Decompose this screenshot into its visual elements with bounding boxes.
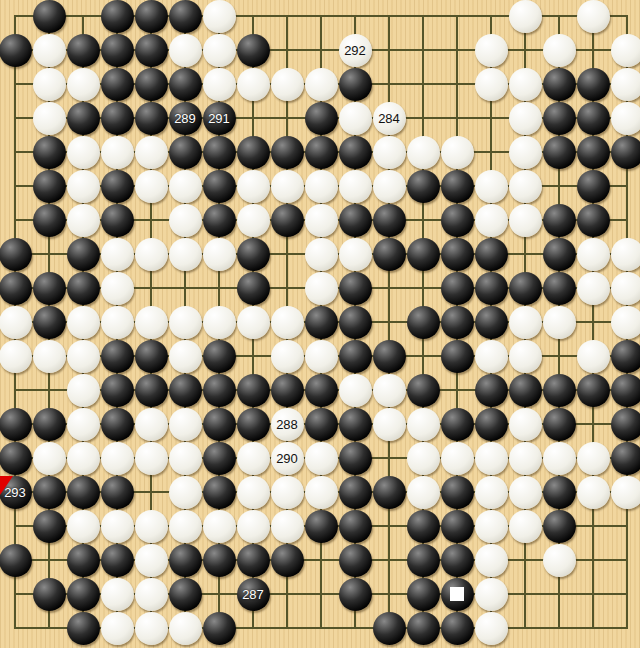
intersection[interactable]	[610, 509, 640, 543]
intersection[interactable]	[372, 611, 406, 645]
intersection[interactable]	[406, 509, 440, 543]
intersection[interactable]	[610, 441, 640, 475]
intersection[interactable]	[100, 407, 134, 441]
intersection[interactable]	[406, 339, 440, 373]
intersection[interactable]	[168, 33, 202, 67]
intersection[interactable]	[338, 0, 372, 33]
intersection[interactable]	[66, 203, 100, 237]
intersection[interactable]	[304, 169, 338, 203]
intersection[interactable]	[66, 407, 100, 441]
intersection[interactable]	[32, 339, 66, 373]
intersection[interactable]	[440, 509, 474, 543]
intersection[interactable]	[0, 135, 32, 169]
intersection[interactable]	[100, 271, 134, 305]
intersection[interactable]	[134, 305, 168, 339]
intersection[interactable]	[134, 271, 168, 305]
intersection[interactable]	[372, 373, 406, 407]
intersection[interactable]	[406, 169, 440, 203]
intersection[interactable]	[270, 101, 304, 135]
intersection[interactable]	[168, 203, 202, 237]
intersection[interactable]	[576, 441, 610, 475]
intersection[interactable]	[32, 101, 66, 135]
intersection[interactable]	[168, 0, 202, 33]
intersection[interactable]	[202, 271, 236, 305]
intersection[interactable]	[338, 169, 372, 203]
intersection[interactable]	[32, 135, 66, 169]
intersection[interactable]	[304, 33, 338, 67]
intersection[interactable]	[270, 577, 304, 611]
intersection[interactable]	[610, 305, 640, 339]
intersection[interactable]	[542, 169, 576, 203]
intersection[interactable]	[406, 305, 440, 339]
intersection[interactable]	[270, 135, 304, 169]
intersection[interactable]	[304, 101, 338, 135]
intersection[interactable]	[338, 509, 372, 543]
intersection[interactable]	[66, 441, 100, 475]
intersection[interactable]	[406, 475, 440, 509]
intersection[interactable]	[202, 0, 236, 33]
intersection[interactable]	[66, 339, 100, 373]
intersection[interactable]	[508, 203, 542, 237]
intersection[interactable]	[236, 101, 270, 135]
intersection[interactable]	[304, 407, 338, 441]
intersection[interactable]	[542, 135, 576, 169]
intersection[interactable]	[236, 509, 270, 543]
intersection[interactable]: 289	[168, 101, 202, 135]
intersection[interactable]	[338, 475, 372, 509]
intersection[interactable]	[576, 0, 610, 33]
intersection[interactable]	[542, 373, 576, 407]
intersection[interactable]	[576, 237, 610, 271]
intersection[interactable]	[508, 305, 542, 339]
intersection[interactable]	[372, 407, 406, 441]
intersection[interactable]	[168, 135, 202, 169]
intersection[interactable]	[338, 407, 372, 441]
intersection[interactable]	[474, 441, 508, 475]
intersection[interactable]	[66, 373, 100, 407]
intersection[interactable]	[542, 237, 576, 271]
intersection[interactable]	[270, 169, 304, 203]
intersection[interactable]	[0, 271, 32, 305]
intersection[interactable]	[304, 577, 338, 611]
intersection[interactable]	[134, 237, 168, 271]
intersection[interactable]	[406, 237, 440, 271]
intersection[interactable]	[542, 33, 576, 67]
intersection[interactable]	[100, 339, 134, 373]
intersection[interactable]	[202, 305, 236, 339]
intersection[interactable]	[304, 271, 338, 305]
intersection[interactable]	[270, 305, 304, 339]
intersection[interactable]	[542, 543, 576, 577]
intersection[interactable]	[508, 339, 542, 373]
intersection[interactable]	[372, 0, 406, 33]
intersection[interactable]	[610, 611, 640, 645]
intersection[interactable]	[0, 33, 32, 67]
intersection[interactable]	[406, 135, 440, 169]
intersection[interactable]	[202, 373, 236, 407]
intersection[interactable]	[66, 475, 100, 509]
intersection[interactable]	[168, 543, 202, 577]
intersection[interactable]	[338, 67, 372, 101]
intersection[interactable]	[440, 475, 474, 509]
intersection[interactable]	[134, 0, 168, 33]
intersection[interactable]	[372, 33, 406, 67]
intersection[interactable]	[372, 135, 406, 169]
intersection[interactable]	[202, 407, 236, 441]
intersection[interactable]	[236, 33, 270, 67]
intersection[interactable]	[32, 305, 66, 339]
intersection[interactable]	[440, 577, 474, 611]
intersection[interactable]	[168, 475, 202, 509]
intersection[interactable]	[406, 373, 440, 407]
intersection[interactable]	[576, 611, 610, 645]
intersection[interactable]	[576, 407, 610, 441]
intersection[interactable]	[236, 407, 270, 441]
intersection[interactable]	[168, 339, 202, 373]
intersection[interactable]	[304, 441, 338, 475]
intersection[interactable]	[202, 611, 236, 645]
intersection[interactable]	[440, 305, 474, 339]
intersection[interactable]	[0, 373, 32, 407]
intersection[interactable]	[134, 509, 168, 543]
intersection[interactable]	[610, 373, 640, 407]
intersection[interactable]	[134, 101, 168, 135]
intersection[interactable]	[100, 373, 134, 407]
intersection[interactable]	[0, 611, 32, 645]
intersection[interactable]	[338, 305, 372, 339]
intersection[interactable]	[542, 203, 576, 237]
intersection[interactable]	[372, 203, 406, 237]
intersection[interactable]	[508, 611, 542, 645]
intersection[interactable]	[236, 475, 270, 509]
intersection[interactable]	[474, 67, 508, 101]
intersection[interactable]	[32, 237, 66, 271]
intersection[interactable]	[100, 203, 134, 237]
intersection[interactable]	[66, 509, 100, 543]
intersection[interactable]	[576, 543, 610, 577]
intersection[interactable]	[168, 237, 202, 271]
intersection[interactable]	[202, 543, 236, 577]
intersection[interactable]	[100, 611, 134, 645]
intersection[interactable]	[440, 441, 474, 475]
intersection[interactable]	[610, 101, 640, 135]
intersection[interactable]	[542, 611, 576, 645]
intersection[interactable]	[236, 203, 270, 237]
intersection[interactable]	[202, 237, 236, 271]
intersection[interactable]	[372, 169, 406, 203]
intersection[interactable]	[440, 407, 474, 441]
intersection[interactable]	[270, 0, 304, 33]
intersection[interactable]	[474, 373, 508, 407]
intersection[interactable]	[338, 577, 372, 611]
intersection[interactable]	[236, 611, 270, 645]
intersection[interactable]: 290	[270, 441, 304, 475]
intersection[interactable]	[236, 373, 270, 407]
intersection[interactable]	[542, 475, 576, 509]
intersection[interactable]	[406, 271, 440, 305]
intersection[interactable]	[270, 203, 304, 237]
intersection[interactable]	[168, 577, 202, 611]
intersection[interactable]	[32, 169, 66, 203]
intersection[interactable]	[474, 101, 508, 135]
intersection[interactable]	[236, 0, 270, 33]
intersection[interactable]	[508, 169, 542, 203]
intersection[interactable]	[372, 271, 406, 305]
intersection[interactable]	[236, 543, 270, 577]
intersection[interactable]	[304, 543, 338, 577]
intersection[interactable]	[576, 203, 610, 237]
intersection[interactable]	[304, 237, 338, 271]
intersection[interactable]	[474, 33, 508, 67]
intersection[interactable]	[372, 441, 406, 475]
intersection[interactable]	[610, 407, 640, 441]
intersection[interactable]	[440, 0, 474, 33]
intersection[interactable]	[372, 509, 406, 543]
intersection[interactable]	[236, 237, 270, 271]
intersection[interactable]	[236, 305, 270, 339]
intersection[interactable]	[270, 543, 304, 577]
intersection[interactable]	[134, 67, 168, 101]
intersection[interactable]	[202, 509, 236, 543]
intersection[interactable]	[542, 577, 576, 611]
intersection[interactable]	[440, 543, 474, 577]
intersection[interactable]	[0, 339, 32, 373]
intersection[interactable]	[32, 611, 66, 645]
intersection[interactable]	[474, 237, 508, 271]
intersection[interactable]	[610, 33, 640, 67]
intersection[interactable]	[406, 577, 440, 611]
intersection[interactable]	[0, 203, 32, 237]
intersection[interactable]	[100, 169, 134, 203]
intersection[interactable]	[508, 407, 542, 441]
intersection[interactable]	[168, 67, 202, 101]
intersection[interactable]	[202, 67, 236, 101]
intersection[interactable]	[134, 373, 168, 407]
intersection[interactable]	[236, 135, 270, 169]
intersection[interactable]	[372, 475, 406, 509]
intersection[interactable]	[576, 101, 610, 135]
intersection[interactable]	[32, 407, 66, 441]
intersection[interactable]	[32, 203, 66, 237]
intersection[interactable]	[372, 339, 406, 373]
intersection[interactable]	[270, 475, 304, 509]
intersection[interactable]	[304, 339, 338, 373]
intersection[interactable]	[406, 543, 440, 577]
intersection[interactable]	[100, 543, 134, 577]
intersection[interactable]	[304, 67, 338, 101]
intersection[interactable]	[304, 509, 338, 543]
intersection[interactable]	[508, 271, 542, 305]
intersection[interactable]	[134, 611, 168, 645]
intersection[interactable]	[542, 339, 576, 373]
intersection[interactable]	[338, 271, 372, 305]
intersection[interactable]	[304, 611, 338, 645]
intersection[interactable]	[134, 441, 168, 475]
intersection[interactable]	[100, 0, 134, 33]
intersection[interactable]	[0, 169, 32, 203]
intersection[interactable]	[168, 305, 202, 339]
intersection[interactable]	[0, 67, 32, 101]
intersection[interactable]	[542, 271, 576, 305]
intersection[interactable]	[66, 169, 100, 203]
intersection[interactable]	[236, 271, 270, 305]
intersection[interactable]	[134, 339, 168, 373]
intersection[interactable]	[474, 577, 508, 611]
intersection[interactable]	[440, 33, 474, 67]
intersection[interactable]	[0, 441, 32, 475]
intersection[interactable]	[66, 543, 100, 577]
intersection[interactable]	[100, 305, 134, 339]
intersection[interactable]	[542, 101, 576, 135]
intersection[interactable]	[406, 407, 440, 441]
intersection[interactable]	[168, 373, 202, 407]
intersection[interactable]	[576, 509, 610, 543]
intersection[interactable]	[66, 101, 100, 135]
intersection[interactable]	[576, 271, 610, 305]
intersection[interactable]: 291	[202, 101, 236, 135]
intersection[interactable]	[508, 0, 542, 33]
intersection[interactable]	[270, 373, 304, 407]
intersection[interactable]	[610, 0, 640, 33]
intersection[interactable]	[542, 0, 576, 33]
intersection[interactable]	[542, 407, 576, 441]
intersection[interactable]	[100, 101, 134, 135]
intersection[interactable]	[508, 577, 542, 611]
intersection[interactable]	[338, 203, 372, 237]
intersection[interactable]	[474, 135, 508, 169]
intersection[interactable]	[576, 67, 610, 101]
intersection[interactable]	[100, 577, 134, 611]
intersection[interactable]	[0, 407, 32, 441]
intersection[interactable]	[338, 543, 372, 577]
intersection[interactable]	[304, 373, 338, 407]
intersection[interactable]	[576, 305, 610, 339]
intersection[interactable]	[134, 33, 168, 67]
intersection[interactable]	[474, 407, 508, 441]
intersection[interactable]	[542, 305, 576, 339]
intersection[interactable]	[0, 509, 32, 543]
intersection[interactable]	[270, 509, 304, 543]
intersection[interactable]	[100, 237, 134, 271]
intersection[interactable]	[100, 441, 134, 475]
intersection[interactable]	[100, 475, 134, 509]
intersection[interactable]	[508, 135, 542, 169]
intersection[interactable]	[270, 611, 304, 645]
intersection[interactable]	[100, 509, 134, 543]
intersection[interactable]	[406, 203, 440, 237]
intersection[interactable]	[66, 305, 100, 339]
intersection[interactable]	[372, 67, 406, 101]
intersection[interactable]	[406, 67, 440, 101]
intersection[interactable]	[168, 611, 202, 645]
intersection[interactable]: 288	[270, 407, 304, 441]
intersection[interactable]	[474, 203, 508, 237]
intersection[interactable]	[474, 509, 508, 543]
intersection[interactable]	[304, 475, 338, 509]
intersection[interactable]: 292	[338, 33, 372, 67]
intersection[interactable]	[508, 67, 542, 101]
intersection[interactable]	[542, 67, 576, 101]
intersection[interactable]	[66, 33, 100, 67]
intersection[interactable]	[610, 475, 640, 509]
intersection[interactable]	[474, 611, 508, 645]
intersection[interactable]	[508, 509, 542, 543]
intersection[interactable]	[542, 509, 576, 543]
intersection[interactable]	[576, 339, 610, 373]
intersection[interactable]	[508, 373, 542, 407]
intersection[interactable]	[168, 271, 202, 305]
intersection[interactable]	[338, 611, 372, 645]
intersection[interactable]	[474, 339, 508, 373]
intersection[interactable]	[270, 33, 304, 67]
intersection[interactable]	[576, 135, 610, 169]
intersection[interactable]	[508, 543, 542, 577]
intersection[interactable]	[66, 135, 100, 169]
intersection[interactable]	[474, 271, 508, 305]
intersection[interactable]	[168, 441, 202, 475]
intersection[interactable]	[610, 169, 640, 203]
intersection[interactable]	[474, 543, 508, 577]
intersection[interactable]	[508, 237, 542, 271]
intersection[interactable]	[66, 577, 100, 611]
intersection[interactable]	[610, 543, 640, 577]
intersection[interactable]	[304, 203, 338, 237]
intersection[interactable]	[134, 169, 168, 203]
intersection[interactable]	[440, 373, 474, 407]
intersection[interactable]	[338, 101, 372, 135]
intersection[interactable]	[0, 305, 32, 339]
intersection[interactable]	[0, 577, 32, 611]
intersection[interactable]	[576, 373, 610, 407]
intersection[interactable]	[576, 169, 610, 203]
intersection[interactable]	[576, 33, 610, 67]
intersection[interactable]	[508, 33, 542, 67]
intersection[interactable]	[100, 135, 134, 169]
intersection[interactable]	[32, 0, 66, 33]
intersection[interactable]	[406, 441, 440, 475]
intersection[interactable]	[474, 475, 508, 509]
intersection[interactable]	[202, 441, 236, 475]
intersection[interactable]	[100, 67, 134, 101]
intersection[interactable]	[202, 339, 236, 373]
intersection[interactable]	[610, 271, 640, 305]
intersection[interactable]	[610, 237, 640, 271]
intersection[interactable]	[66, 271, 100, 305]
intersection[interactable]	[440, 67, 474, 101]
intersection[interactable]	[168, 407, 202, 441]
intersection[interactable]	[32, 577, 66, 611]
intersection[interactable]	[440, 237, 474, 271]
intersection[interactable]	[134, 203, 168, 237]
intersection[interactable]	[474, 305, 508, 339]
intersection[interactable]	[508, 475, 542, 509]
intersection[interactable]	[134, 543, 168, 577]
intersection[interactable]	[508, 101, 542, 135]
intersection[interactable]: 293	[0, 475, 32, 509]
intersection[interactable]	[440, 135, 474, 169]
intersection[interactable]	[32, 33, 66, 67]
intersection[interactable]	[32, 475, 66, 509]
intersection[interactable]	[0, 543, 32, 577]
intersection[interactable]	[202, 135, 236, 169]
intersection[interactable]	[270, 271, 304, 305]
intersection[interactable]	[134, 135, 168, 169]
intersection[interactable]	[440, 101, 474, 135]
intersection[interactable]	[202, 169, 236, 203]
intersection[interactable]	[474, 0, 508, 33]
intersection[interactable]	[66, 611, 100, 645]
intersection[interactable]	[202, 475, 236, 509]
